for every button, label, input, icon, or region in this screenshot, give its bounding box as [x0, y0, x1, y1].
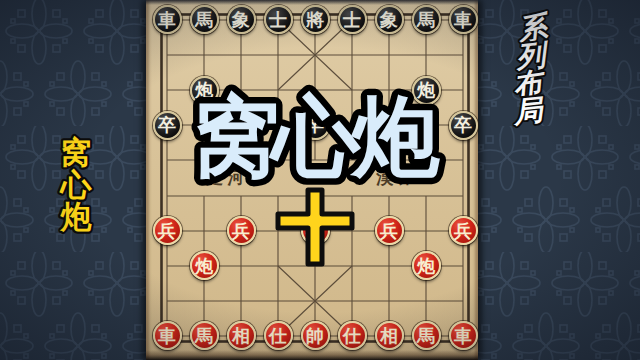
piece-red-chariot[interactable]: 車	[153, 321, 182, 350]
piece-black-chariot[interactable]: 車	[153, 5, 182, 34]
piece-red-cannon[interactable]: 炮	[412, 251, 441, 280]
piece-red-general[interactable]: 帥	[301, 321, 330, 350]
left-caption-char: 窝	[61, 135, 92, 170]
left-caption-char: 心	[59, 167, 93, 202]
piece-red-soldier[interactable]: 兵	[227, 216, 256, 245]
piece-black-horse[interactable]: 馬	[190, 5, 219, 34]
piece-glyph: 相	[380, 327, 398, 345]
piece-black-horse[interactable]: 馬	[412, 5, 441, 34]
piece-red-soldier[interactable]: 兵	[375, 216, 404, 245]
piece-glyph: 炮	[417, 257, 435, 275]
piece-glyph: 兵	[158, 222, 176, 240]
right-caption-char: 局	[510, 93, 547, 128]
piece-glyph: 帥	[306, 327, 324, 345]
title-overlay: 窝心炮	[130, 70, 500, 205]
piece-red-soldier[interactable]: 兵	[449, 216, 478, 245]
piece-glyph: 馬	[417, 327, 435, 345]
piece-red-advisor[interactable]: 仕	[264, 321, 293, 350]
right-caption: 系 列 布 局	[504, 6, 562, 131]
piece-glyph: 車	[158, 11, 176, 29]
piece-glyph: 仕	[269, 327, 287, 345]
piece-black-general[interactable]: 將	[301, 5, 330, 34]
piece-glyph: 仕	[343, 327, 361, 345]
left-caption: 窝 心 炮	[46, 128, 108, 240]
piece-red-cannon[interactable]: 炮	[190, 251, 219, 280]
piece-red-elephant[interactable]: 相	[227, 321, 256, 350]
title-text: 窝心炮	[192, 87, 440, 186]
piece-glyph: 馬	[417, 11, 435, 29]
piece-black-elephant[interactable]: 象	[227, 5, 256, 34]
piece-glyph: 車	[454, 11, 472, 29]
piece-glyph: 士	[269, 11, 287, 29]
board-edge-shadow-top	[146, 0, 478, 5]
piece-glyph: 象	[232, 11, 250, 29]
piece-black-advisor[interactable]: 士	[264, 5, 293, 34]
piece-glyph: 相	[232, 327, 250, 345]
piece-red-advisor[interactable]: 仕	[338, 321, 367, 350]
piece-red-soldier[interactable]: 兵	[153, 216, 182, 245]
piece-glyph: 馬	[195, 11, 213, 29]
piece-glyph: 炮	[195, 257, 213, 275]
piece-glyph: 兵	[232, 222, 250, 240]
piece-red-horse[interactable]: 馬	[412, 321, 441, 350]
left-caption-char: 炮	[60, 199, 93, 234]
piece-glyph: 車	[454, 327, 472, 345]
piece-glyph: 將	[306, 11, 324, 29]
piece-glyph: 兵	[380, 222, 398, 240]
video-frame: 楚河 漢界 車馬象士將士象馬車炮炮卒卒卒卒卒兵兵兵兵兵炮炮車馬相仕帥仕相馬車 窝…	[0, 0, 640, 360]
piece-red-elephant[interactable]: 相	[375, 321, 404, 350]
piece-glyph: 車	[158, 327, 176, 345]
piece-black-elephant[interactable]: 象	[375, 5, 404, 34]
piece-glyph: 士	[343, 11, 361, 29]
piece-black-advisor[interactable]: 士	[338, 5, 367, 34]
piece-red-horse[interactable]: 馬	[190, 321, 219, 350]
piece-glyph: 象	[380, 11, 398, 29]
piece-black-chariot[interactable]: 車	[449, 5, 478, 34]
board-edge-shadow-bottom	[146, 350, 478, 360]
piece-red-chariot[interactable]: 車	[449, 321, 478, 350]
piece-glyph: 兵	[454, 222, 472, 240]
piece-glyph: 馬	[195, 327, 213, 345]
